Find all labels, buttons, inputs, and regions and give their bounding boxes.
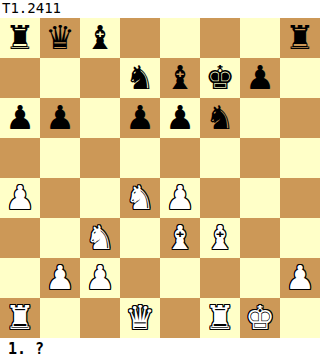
black-pawn[interactable]: ♟ (240, 58, 280, 98)
square-h2[interactable]: ♟ (280, 258, 320, 298)
white-pawn[interactable]: ♟ (280, 258, 320, 298)
square-h4[interactable] (280, 178, 320, 218)
square-d2[interactable] (120, 258, 160, 298)
square-h8[interactable]: ♜ (280, 18, 320, 58)
square-d5[interactable] (120, 138, 160, 178)
square-e5[interactable] (160, 138, 200, 178)
white-knight[interactable]: ♞ (80, 218, 120, 258)
square-b5[interactable] (40, 138, 80, 178)
black-rook[interactable]: ♜ (0, 18, 40, 58)
square-b6[interactable]: ♟ (40, 98, 80, 138)
white-king[interactable]: ♚ (240, 298, 280, 338)
square-d1[interactable]: ♛ (120, 298, 160, 338)
square-h3[interactable] (280, 218, 320, 258)
square-e8[interactable] (160, 18, 200, 58)
square-g3[interactable] (240, 218, 280, 258)
square-d8[interactable] (120, 18, 160, 58)
square-g4[interactable] (240, 178, 280, 218)
black-rook[interactable]: ♜ (280, 18, 320, 58)
square-f4[interactable] (200, 178, 240, 218)
square-f6[interactable]: ♞ (200, 98, 240, 138)
square-h6[interactable] (280, 98, 320, 138)
square-f3[interactable]: ♝ (200, 218, 240, 258)
black-bishop[interactable]: ♝ (80, 18, 120, 58)
square-d3[interactable] (120, 218, 160, 258)
square-c7[interactable] (80, 58, 120, 98)
square-e3[interactable]: ♝ (160, 218, 200, 258)
black-queen[interactable]: ♛ (40, 18, 80, 58)
square-e1[interactable] (160, 298, 200, 338)
square-b1[interactable] (40, 298, 80, 338)
square-a8[interactable]: ♜ (0, 18, 40, 58)
square-b8[interactable]: ♛ (40, 18, 80, 58)
square-h7[interactable] (280, 58, 320, 98)
square-a4[interactable]: ♟ (0, 178, 40, 218)
square-a6[interactable]: ♟ (0, 98, 40, 138)
white-queen[interactable]: ♛ (120, 298, 160, 338)
black-pawn[interactable]: ♟ (0, 98, 40, 138)
white-bishop[interactable]: ♝ (160, 218, 200, 258)
white-pawn[interactable]: ♟ (80, 258, 120, 298)
square-c8[interactable]: ♝ (80, 18, 120, 58)
square-b2[interactable]: ♟ (40, 258, 80, 298)
square-c2[interactable]: ♟ (80, 258, 120, 298)
black-knight[interactable]: ♞ (120, 58, 160, 98)
square-e6[interactable]: ♟ (160, 98, 200, 138)
square-f1[interactable]: ♜ (200, 298, 240, 338)
puzzle-title: T1.2411 (0, 0, 320, 18)
square-e7[interactable]: ♝ (160, 58, 200, 98)
white-rook[interactable]: ♜ (0, 298, 40, 338)
white-knight[interactable]: ♞ (120, 178, 160, 218)
square-a1[interactable]: ♜ (0, 298, 40, 338)
square-c6[interactable] (80, 98, 120, 138)
white-pawn[interactable]: ♟ (160, 178, 200, 218)
square-g2[interactable] (240, 258, 280, 298)
square-g8[interactable] (240, 18, 280, 58)
square-d6[interactable]: ♟ (120, 98, 160, 138)
chess-board: ♜♛♝♜♞♝♚♟♟♟♟♟♞♟♞♟♞♝♝♟♟♟♜♛♜♚ (0, 18, 320, 338)
square-a5[interactable] (0, 138, 40, 178)
black-knight[interactable]: ♞ (200, 98, 240, 138)
square-a3[interactable] (0, 218, 40, 258)
black-pawn[interactable]: ♟ (160, 98, 200, 138)
square-e4[interactable]: ♟ (160, 178, 200, 218)
white-pawn[interactable]: ♟ (40, 258, 80, 298)
square-d7[interactable]: ♞ (120, 58, 160, 98)
white-bishop[interactable]: ♝ (200, 218, 240, 258)
black-king[interactable]: ♚ (200, 58, 240, 98)
square-f7[interactable]: ♚ (200, 58, 240, 98)
square-c3[interactable]: ♞ (80, 218, 120, 258)
black-bishop[interactable]: ♝ (160, 58, 200, 98)
square-b4[interactable] (40, 178, 80, 218)
square-f8[interactable] (200, 18, 240, 58)
square-f2[interactable] (200, 258, 240, 298)
square-g1[interactable]: ♚ (240, 298, 280, 338)
square-g7[interactable]: ♟ (240, 58, 280, 98)
square-h1[interactable] (280, 298, 320, 338)
square-h5[interactable] (280, 138, 320, 178)
white-pawn[interactable]: ♟ (0, 178, 40, 218)
square-c4[interactable] (80, 178, 120, 218)
move-prompt: 1. ? (0, 338, 320, 360)
square-g6[interactable] (240, 98, 280, 138)
black-pawn[interactable]: ♟ (120, 98, 160, 138)
square-d4[interactable]: ♞ (120, 178, 160, 218)
white-rook[interactable]: ♜ (200, 298, 240, 338)
square-c5[interactable] (80, 138, 120, 178)
square-a7[interactable] (0, 58, 40, 98)
square-e2[interactable] (160, 258, 200, 298)
square-b3[interactable] (40, 218, 80, 258)
square-f5[interactable] (200, 138, 240, 178)
square-a2[interactable] (0, 258, 40, 298)
square-b7[interactable] (40, 58, 80, 98)
square-g5[interactable] (240, 138, 280, 178)
black-pawn[interactable]: ♟ (40, 98, 80, 138)
square-c1[interactable] (80, 298, 120, 338)
